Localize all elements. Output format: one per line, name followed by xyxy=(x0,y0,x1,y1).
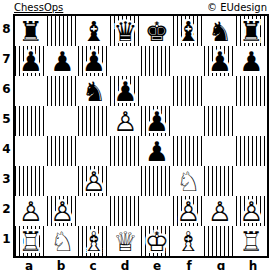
square-e2[interactable] xyxy=(141,196,173,226)
white-K-piece: ♔ xyxy=(141,226,173,256)
square-b5[interactable] xyxy=(47,106,79,136)
square-f3[interactable]: ♞♘ xyxy=(173,166,205,196)
square-c8[interactable]: ♝ xyxy=(78,16,110,46)
black-p-piece: ♟ xyxy=(47,46,79,76)
black-p-piece: ♟ xyxy=(78,46,110,76)
black-b-piece: ♝ xyxy=(78,16,110,46)
square-f6[interactable] xyxy=(173,76,205,106)
black-p-piece: ♟ xyxy=(141,106,173,136)
square-b7[interactable]: ♟ xyxy=(47,46,79,76)
black-n-piece: ♞ xyxy=(204,16,236,46)
black-r-piece: ♜ xyxy=(15,16,47,46)
square-g2[interactable]: ♟♙ xyxy=(204,196,236,226)
square-e3[interactable] xyxy=(141,166,173,196)
app-window: ChessOps © EUdesign 87654321 ♜♝♛♚♝♞♜♟♟♟♟… xyxy=(0,0,270,270)
square-a4[interactable] xyxy=(15,136,47,166)
square-h8[interactable]: ♜ xyxy=(236,16,268,46)
square-e8[interactable]: ♚ xyxy=(141,16,173,46)
square-d6[interactable]: ♟ xyxy=(110,76,142,106)
square-h3[interactable] xyxy=(236,166,268,196)
square-b6[interactable] xyxy=(47,76,79,106)
black-p-piece: ♟ xyxy=(236,46,268,76)
square-h2[interactable]: ♟♙ xyxy=(236,196,268,226)
square-a2[interactable]: ♟♙ xyxy=(15,196,47,226)
white-P-piece: ♙ xyxy=(15,196,47,226)
white-B-piece: ♗ xyxy=(173,226,205,256)
square-c1[interactable]: ♝♗ xyxy=(78,226,110,256)
black-r-piece: ♜ xyxy=(236,16,268,46)
white-N-piece: ♘ xyxy=(173,166,205,196)
rank-labels: 87654321 xyxy=(0,14,13,258)
white-P-piece: ♙ xyxy=(204,196,236,226)
square-f4[interactable] xyxy=(173,136,205,166)
square-a3[interactable] xyxy=(15,166,47,196)
white-B-piece: ♗ xyxy=(78,226,110,256)
square-a8[interactable]: ♜ xyxy=(15,16,47,46)
rank-label-2: 2 xyxy=(0,194,13,224)
black-p-piece: ♟ xyxy=(110,76,142,106)
square-g1[interactable] xyxy=(204,226,236,256)
black-q-piece: ♛ xyxy=(110,16,142,46)
square-h7[interactable]: ♟ xyxy=(236,46,268,76)
file-label-g: g xyxy=(205,258,237,270)
white-P-piece: ♙ xyxy=(110,106,142,136)
piece-fill: ♟ xyxy=(204,196,236,226)
white-Q-piece: ♕ xyxy=(110,226,142,256)
square-e5[interactable]: ♟ xyxy=(141,106,173,136)
piece-fill: ♝ xyxy=(78,226,110,256)
square-d7[interactable] xyxy=(110,46,142,76)
square-d4[interactable] xyxy=(110,136,142,166)
square-c5[interactable] xyxy=(78,106,110,136)
board-area: 87654321 ♜♝♛♚♝♞♜♟♟♟♟♟♞♟♟♙♟♟♟♙♞♘♟♙♟♙♟♙♟♙♟… xyxy=(0,14,270,258)
square-f5[interactable] xyxy=(173,106,205,136)
black-p-piece: ♟ xyxy=(141,136,173,166)
square-b1[interactable]: ♞♘ xyxy=(47,226,79,256)
rank-label-5: 5 xyxy=(0,104,13,134)
square-e7[interactable] xyxy=(141,46,173,76)
header: ChessOps © EUdesign xyxy=(0,0,270,14)
piece-fill: ♟ xyxy=(173,196,205,226)
square-d8[interactable]: ♛ xyxy=(110,16,142,46)
square-a5[interactable] xyxy=(15,106,47,136)
file-label-h: h xyxy=(237,258,269,270)
black-p-piece: ♟ xyxy=(15,46,47,76)
piece-fill: ♟ xyxy=(236,196,268,226)
piece-fill: ♛ xyxy=(110,226,142,256)
rank-label-1: 1 xyxy=(0,224,13,254)
black-n-piece: ♞ xyxy=(78,76,110,106)
square-h6[interactable] xyxy=(236,76,268,106)
piece-fill: ♟ xyxy=(78,166,110,196)
square-d5[interactable]: ♟♙ xyxy=(110,106,142,136)
square-g7[interactable]: ♟ xyxy=(204,46,236,76)
file-labels: abcdefgh xyxy=(13,258,269,270)
square-c6[interactable]: ♞ xyxy=(78,76,110,106)
piece-fill: ♚ xyxy=(141,226,173,256)
square-h4[interactable] xyxy=(236,136,268,166)
square-g5[interactable] xyxy=(204,106,236,136)
piece-fill: ♜ xyxy=(236,226,268,256)
rank-label-7: 7 xyxy=(0,44,13,74)
black-b-piece: ♝ xyxy=(173,16,205,46)
rank-label-6: 6 xyxy=(0,74,13,104)
piece-fill: ♞ xyxy=(47,226,79,256)
white-P-piece: ♙ xyxy=(78,166,110,196)
square-g6[interactable] xyxy=(204,76,236,106)
white-P-piece: ♙ xyxy=(173,196,205,226)
file-label-f: f xyxy=(173,258,205,270)
square-g4[interactable] xyxy=(204,136,236,166)
square-a6[interactable] xyxy=(15,76,47,106)
file-label-c: c xyxy=(77,258,109,270)
square-g8[interactable]: ♞ xyxy=(204,16,236,46)
square-e1[interactable]: ♚♔ xyxy=(141,226,173,256)
square-f8[interactable]: ♝ xyxy=(173,16,205,46)
square-c7[interactable]: ♟ xyxy=(78,46,110,76)
square-b4[interactable] xyxy=(47,136,79,166)
square-a7[interactable]: ♟ xyxy=(15,46,47,76)
white-P-piece: ♙ xyxy=(236,196,268,226)
square-d2[interactable] xyxy=(110,196,142,226)
rank-label-4: 4 xyxy=(0,134,13,164)
square-g3[interactable] xyxy=(204,166,236,196)
piece-fill: ♜ xyxy=(15,226,47,256)
square-b2[interactable]: ♟♙ xyxy=(47,196,79,226)
square-b8[interactable] xyxy=(47,16,79,46)
piece-fill: ♝ xyxy=(173,226,205,256)
chess-board: ♜♝♛♚♝♞♜♟♟♟♟♟♞♟♟♙♟♟♟♙♞♘♟♙♟♙♟♙♟♙♟♙♜♖♞♘♝♗♛♕… xyxy=(13,14,269,258)
square-b3[interactable] xyxy=(47,166,79,196)
white-R-piece: ♖ xyxy=(236,226,268,256)
square-h1[interactable]: ♜♖ xyxy=(236,226,268,256)
black-p-piece: ♟ xyxy=(204,46,236,76)
square-c2[interactable] xyxy=(78,196,110,226)
rank-label-8: 8 xyxy=(0,14,13,44)
black-k-piece: ♚ xyxy=(141,16,173,46)
square-h5[interactable] xyxy=(236,106,268,136)
white-P-piece: ♙ xyxy=(47,196,79,226)
rank-label-3: 3 xyxy=(0,164,13,194)
file-label-d: d xyxy=(109,258,141,270)
square-d1[interactable]: ♛♕ xyxy=(110,226,142,256)
piece-fill: ♟ xyxy=(15,196,47,226)
square-d3[interactable] xyxy=(110,166,142,196)
square-e4[interactable]: ♟ xyxy=(141,136,173,166)
piece-fill: ♟ xyxy=(110,106,142,136)
white-N-piece: ♘ xyxy=(47,226,79,256)
square-c4[interactable] xyxy=(78,136,110,166)
file-label-b: b xyxy=(45,258,77,270)
file-label-e: e xyxy=(141,258,173,270)
square-c3[interactable]: ♟♙ xyxy=(78,166,110,196)
square-e6[interactable] xyxy=(141,76,173,106)
white-R-piece: ♖ xyxy=(15,226,47,256)
square-f7[interactable] xyxy=(173,46,205,76)
app-title: ChessOps xyxy=(14,2,63,14)
credit-text: © EUdesign xyxy=(207,2,267,14)
piece-fill: ♟ xyxy=(47,196,79,226)
piece-fill: ♞ xyxy=(173,166,205,196)
square-f1[interactable]: ♝♗ xyxy=(173,226,205,256)
file-label-a: a xyxy=(13,258,45,270)
square-a1[interactable]: ♜♖ xyxy=(15,226,47,256)
square-f2[interactable]: ♟♙ xyxy=(173,196,205,226)
